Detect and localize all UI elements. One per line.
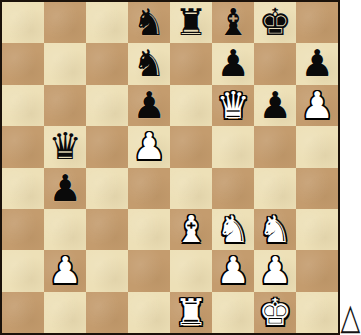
square-b3[interactable] bbox=[44, 209, 86, 250]
square-g1[interactable]: ♚ bbox=[254, 292, 296, 333]
square-b7[interactable] bbox=[44, 43, 86, 84]
square-f7[interactable]: ♟ bbox=[212, 43, 254, 84]
square-g6[interactable]: ♟ bbox=[254, 85, 296, 126]
white-knight-g3[interactable]: ♞ bbox=[258, 209, 291, 250]
square-c8[interactable] bbox=[86, 2, 128, 43]
black-pawn-g6[interactable]: ♟ bbox=[258, 85, 291, 126]
triangle-up-icon: △ bbox=[340, 298, 360, 334]
square-g7[interactable] bbox=[254, 43, 296, 84]
square-g8[interactable]: ♚ bbox=[254, 2, 296, 43]
board-frame: ♞♜♝♚♞♟♟♟♛♟♟♛♟♟♝♞♞♟♟♟♜♚ bbox=[0, 0, 340, 335]
chess-board: ♞♜♝♚♞♟♟♟♛♟♟♛♟♟♝♞♞♟♟♟♜♚ bbox=[2, 2, 338, 333]
square-d7[interactable]: ♞ bbox=[128, 43, 170, 84]
square-b2[interactable]: ♟ bbox=[44, 250, 86, 291]
white-bishop-e3[interactable]: ♝ bbox=[174, 209, 207, 250]
square-g4[interactable] bbox=[254, 168, 296, 209]
square-f1[interactable] bbox=[212, 292, 254, 333]
square-a8[interactable] bbox=[2, 2, 44, 43]
square-a7[interactable] bbox=[2, 43, 44, 84]
white-knight-f3[interactable]: ♞ bbox=[216, 209, 249, 250]
square-f5[interactable] bbox=[212, 126, 254, 167]
black-pawn-d6[interactable]: ♟ bbox=[132, 85, 165, 126]
square-e7[interactable] bbox=[170, 43, 212, 84]
square-a5[interactable] bbox=[2, 126, 44, 167]
square-a4[interactable] bbox=[2, 168, 44, 209]
side-to-move-indicator: △ bbox=[339, 294, 361, 334]
square-f2[interactable]: ♟ bbox=[212, 250, 254, 291]
square-b8[interactable] bbox=[44, 2, 86, 43]
square-e4[interactable] bbox=[170, 168, 212, 209]
black-bishop-f8[interactable]: ♝ bbox=[216, 2, 249, 43]
square-d4[interactable] bbox=[128, 168, 170, 209]
square-e1[interactable]: ♜ bbox=[170, 292, 212, 333]
square-c4[interactable] bbox=[86, 168, 128, 209]
square-h5[interactable] bbox=[296, 126, 338, 167]
square-f4[interactable] bbox=[212, 168, 254, 209]
square-d8[interactable]: ♞ bbox=[128, 2, 170, 43]
square-h2[interactable] bbox=[296, 250, 338, 291]
white-king-g1[interactable]: ♚ bbox=[258, 292, 291, 333]
square-a1[interactable] bbox=[2, 292, 44, 333]
square-b4[interactable]: ♟ bbox=[44, 168, 86, 209]
white-rook-e1[interactable]: ♜ bbox=[174, 292, 207, 333]
square-b1[interactable] bbox=[44, 292, 86, 333]
square-a3[interactable] bbox=[2, 209, 44, 250]
white-pawn-g2[interactable]: ♟ bbox=[258, 250, 291, 291]
black-rook-e8[interactable]: ♜ bbox=[174, 2, 207, 43]
square-b5[interactable]: ♛ bbox=[44, 126, 86, 167]
square-h3[interactable] bbox=[296, 209, 338, 250]
square-d3[interactable] bbox=[128, 209, 170, 250]
square-h4[interactable] bbox=[296, 168, 338, 209]
square-e5[interactable] bbox=[170, 126, 212, 167]
square-g2[interactable]: ♟ bbox=[254, 250, 296, 291]
square-d2[interactable] bbox=[128, 250, 170, 291]
square-d1[interactable] bbox=[128, 292, 170, 333]
black-knight-d8[interactable]: ♞ bbox=[132, 2, 165, 43]
square-f8[interactable]: ♝ bbox=[212, 2, 254, 43]
black-knight-d7[interactable]: ♞ bbox=[132, 43, 165, 84]
black-pawn-h7[interactable]: ♟ bbox=[300, 43, 333, 84]
square-g5[interactable] bbox=[254, 126, 296, 167]
white-queen-f6[interactable]: ♛ bbox=[216, 85, 249, 126]
square-c7[interactable] bbox=[86, 43, 128, 84]
square-e2[interactable] bbox=[170, 250, 212, 291]
square-f3[interactable]: ♞ bbox=[212, 209, 254, 250]
square-f6[interactable]: ♛ bbox=[212, 85, 254, 126]
white-pawn-b2[interactable]: ♟ bbox=[48, 250, 81, 291]
square-e6[interactable] bbox=[170, 85, 212, 126]
square-c5[interactable] bbox=[86, 126, 128, 167]
black-king-g8[interactable]: ♚ bbox=[258, 2, 291, 43]
square-d6[interactable]: ♟ bbox=[128, 85, 170, 126]
black-pawn-b4[interactable]: ♟ bbox=[48, 168, 81, 209]
square-c3[interactable] bbox=[86, 209, 128, 250]
square-a2[interactable] bbox=[2, 250, 44, 291]
square-h7[interactable]: ♟ bbox=[296, 43, 338, 84]
black-queen-b5[interactable]: ♛ bbox=[48, 126, 81, 167]
square-c6[interactable] bbox=[86, 85, 128, 126]
square-e3[interactable]: ♝ bbox=[170, 209, 212, 250]
square-h8[interactable] bbox=[296, 2, 338, 43]
square-h6[interactable]: ♟ bbox=[296, 85, 338, 126]
square-h1[interactable] bbox=[296, 292, 338, 333]
square-g3[interactable]: ♞ bbox=[254, 209, 296, 250]
white-pawn-d5[interactable]: ♟ bbox=[132, 126, 165, 167]
square-a6[interactable] bbox=[2, 85, 44, 126]
chess-diagram: ♞♜♝♚♞♟♟♟♛♟♟♛♟♟♝♞♞♟♟♟♜♚ △ bbox=[0, 0, 361, 335]
square-b6[interactable] bbox=[44, 85, 86, 126]
white-pawn-h6[interactable]: ♟ bbox=[300, 85, 333, 126]
square-c2[interactable] bbox=[86, 250, 128, 291]
square-e8[interactable]: ♜ bbox=[170, 2, 212, 43]
square-c1[interactable] bbox=[86, 292, 128, 333]
black-pawn-f7[interactable]: ♟ bbox=[216, 43, 249, 84]
white-pawn-f2[interactable]: ♟ bbox=[216, 250, 249, 291]
square-d5[interactable]: ♟ bbox=[128, 126, 170, 167]
